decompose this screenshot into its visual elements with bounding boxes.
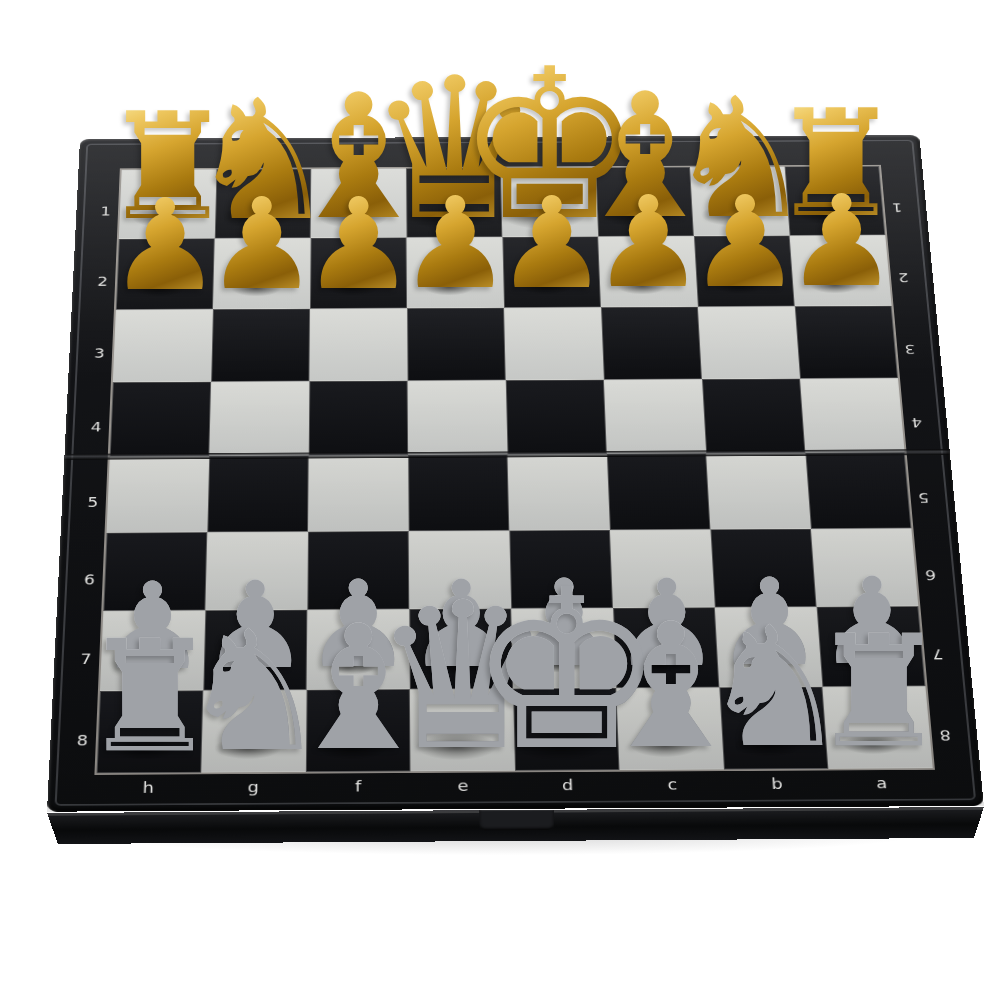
- rank-label-right-5: 5: [908, 490, 939, 505]
- square-a4[interactable]: [800, 378, 905, 453]
- square-c3[interactable]: [601, 307, 702, 380]
- square-e3[interactable]: [407, 308, 506, 381]
- piece-silver-rook-a8[interactable]: ♜: [810, 615, 948, 769]
- square-h5[interactable]: [107, 456, 210, 533]
- board-front-edge: [47, 807, 984, 844]
- square-b4[interactable]: [702, 379, 805, 454]
- piece-gold-pawn-a2[interactable]: ♟: [785, 179, 898, 305]
- square-g5[interactable]: [207, 456, 308, 533]
- square-c5[interactable]: [607, 453, 711, 530]
- square-f4[interactable]: [309, 381, 408, 456]
- square-d3[interactable]: [504, 307, 604, 380]
- rank-label-right-3: 3: [895, 342, 925, 357]
- square-a5[interactable]: [805, 452, 911, 529]
- rank-label-left-4: 4: [81, 419, 111, 434]
- rank-label-left-5: 5: [78, 494, 108, 509]
- square-h4[interactable]: [110, 382, 211, 457]
- square-d4[interactable]: [506, 380, 607, 455]
- square-b5[interactable]: [706, 453, 811, 530]
- square-a3[interactable]: [795, 306, 898, 379]
- square-b3[interactable]: [698, 306, 800, 379]
- rank-label-left-3: 3: [85, 346, 115, 361]
- square-f5[interactable]: [308, 455, 409, 532]
- rank-label-right-4: 4: [901, 415, 932, 430]
- square-c4[interactable]: [604, 379, 706, 454]
- square-g3[interactable]: [211, 309, 310, 382]
- square-f3[interactable]: [309, 308, 407, 381]
- chess-set-photo: 1234567812345678hgfedcba ♜♞♝♛♚♝♞♜♟♟♟♟♟♟♟…: [0, 0, 1000, 1000]
- square-h3[interactable]: [113, 309, 213, 382]
- square-g4[interactable]: [209, 381, 309, 456]
- square-d5[interactable]: [508, 454, 610, 531]
- square-e5[interactable]: [408, 454, 509, 531]
- square-e4[interactable]: [408, 380, 508, 455]
- fold-latch: [479, 810, 554, 831]
